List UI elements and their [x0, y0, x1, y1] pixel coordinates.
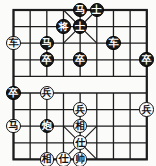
red-advisor[interactable]: 仕: [56, 152, 71, 166]
black-advisor[interactable]: 士: [90, 3, 105, 18]
black-cannon[interactable]: 炮: [40, 119, 55, 134]
red-soldier[interactable]: 兵: [73, 102, 88, 117]
black-soldier[interactable]: 卒: [139, 52, 154, 67]
xiangqi-board: 马士将士车马车卒卒卒卒兵兵兵马炮相仕相仕帅: [0, 0, 156, 166]
pieces-layer: 马士将士车马车卒卒卒卒兵兵兵马炮相仕相仕帅: [5, 2, 155, 166]
black-advisor[interactable]: 士: [73, 19, 88, 34]
red-elephant[interactable]: 相: [40, 152, 55, 166]
black-soldier[interactable]: 卒: [40, 52, 55, 67]
red-general[interactable]: 帅: [73, 152, 88, 166]
red-elephant[interactable]: 相: [73, 119, 88, 134]
red-advisor[interactable]: 仕: [73, 135, 88, 150]
black-chariot[interactable]: 车: [106, 36, 121, 51]
red-soldier[interactable]: 兵: [40, 86, 55, 101]
red-chariot[interactable]: 车: [6, 36, 21, 51]
xiangqi-diagram-page: 马士将士车马车卒卒卒卒兵兵兵马炮相仕相仕帅: [0, 0, 156, 166]
black-soldier[interactable]: 卒: [73, 52, 88, 67]
red-horse[interactable]: 马: [6, 119, 21, 134]
black-general[interactable]: 将: [56, 19, 71, 34]
black-horse[interactable]: 马: [73, 3, 88, 18]
black-soldier[interactable]: 卒: [6, 86, 21, 101]
black-horse[interactable]: 马: [40, 36, 55, 51]
red-soldier[interactable]: 兵: [139, 102, 154, 117]
